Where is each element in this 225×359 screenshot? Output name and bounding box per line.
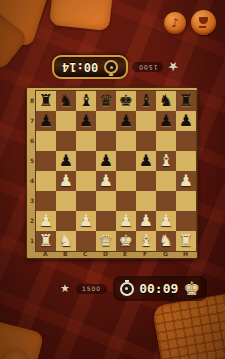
white-piece: ♟ <box>159 213 173 229</box>
square-d4[interactable]: ♟ <box>96 171 116 191</box>
square-f1[interactable]: ♝ <box>136 231 156 251</box>
square-g5[interactable]: ♝ <box>156 151 176 171</box>
square-e3[interactable] <box>116 191 136 211</box>
rank-label-8: 8 <box>29 98 35 104</box>
black-piece: ♟ <box>39 113 53 129</box>
music-note-icon: ♪ <box>171 16 179 30</box>
black-piece: ♟ <box>59 153 73 169</box>
white-piece: ♟ <box>119 213 133 229</box>
black-piece: ♚ <box>119 93 133 109</box>
square-a5[interactable] <box>36 151 56 171</box>
square-h6[interactable] <box>176 131 196 151</box>
square-f2[interactable]: ♟ <box>136 211 156 231</box>
square-c6[interactable] <box>76 131 96 151</box>
square-e5[interactable] <box>116 151 136 171</box>
white-piece: ♟ <box>179 173 193 189</box>
square-a4[interactable] <box>36 171 56 191</box>
white-piece: ♟ <box>39 213 53 229</box>
square-f7[interactable] <box>136 111 156 131</box>
file-label-e: E <box>123 251 127 257</box>
square-g6[interactable] <box>156 131 176 151</box>
square-b6[interactable] <box>56 131 76 151</box>
black-piece: ♞ <box>159 93 173 109</box>
square-c4[interactable] <box>76 171 96 191</box>
white-piece: ♚ <box>119 233 133 249</box>
file-label-h: H <box>183 251 188 257</box>
trophy-button[interactable] <box>191 10 216 35</box>
star-icon: ★ <box>60 283 70 294</box>
square-d2[interactable] <box>96 211 116 231</box>
square-b3[interactable] <box>56 191 76 211</box>
square-e2[interactable]: ♟ <box>116 211 136 231</box>
white-piece: ♟ <box>59 173 73 189</box>
player-info-bar: ★ 1500 00:09 ♚ <box>60 276 207 301</box>
square-h2[interactable] <box>176 211 196 231</box>
square-a6[interactable] <box>36 131 56 151</box>
square-a2[interactable]: ♟ <box>36 211 56 231</box>
rank-label-1: 1 <box>29 238 35 244</box>
white-piece: ♛ <box>99 233 113 249</box>
white-piece: ♝ <box>139 233 153 249</box>
square-g3[interactable] <box>156 191 176 211</box>
app-screen: ♪ ★ 1500 00:14 ♜♞♝♛♚♝♞♜♟♟♟♟♟♟♟♟♝♟♟♟♟♟♟♟♟… <box>0 0 225 359</box>
square-h7[interactable]: ♟ <box>176 111 196 131</box>
square-d7[interactable] <box>96 111 116 131</box>
white-piece: ♟ <box>139 213 153 229</box>
black-piece: ♟ <box>179 113 193 129</box>
square-a3[interactable] <box>36 191 56 211</box>
opponent-clock: 00:14 <box>62 61 98 73</box>
player-clock-box: 00:09 ♚ <box>113 276 207 301</box>
file-label-f: F <box>143 251 147 257</box>
rank-label-3: 3 <box>29 198 35 204</box>
square-b7[interactable] <box>56 111 76 131</box>
square-e6[interactable] <box>116 131 136 151</box>
white-piece: ♟ <box>79 213 93 229</box>
black-piece: ♜ <box>39 93 53 109</box>
rank-label-2: 2 <box>29 218 35 224</box>
square-c7[interactable]: ♟ <box>76 111 96 131</box>
white-piece: ♜ <box>39 233 53 249</box>
square-a1[interactable]: ♜ <box>36 231 56 251</box>
music-button[interactable]: ♪ <box>164 12 186 34</box>
opponent-info-bar: ★ 1500 00:14 <box>52 55 179 79</box>
square-g8[interactable]: ♞ <box>156 91 176 111</box>
square-e1[interactable]: ♚ <box>116 231 136 251</box>
white-piece: ♜ <box>179 233 193 249</box>
square-g4[interactable] <box>156 171 176 191</box>
white-piece: ♞ <box>159 233 173 249</box>
player-clock: 00:09 <box>139 282 178 295</box>
black-piece: ♝ <box>139 93 153 109</box>
black-piece: ♛ <box>99 93 113 109</box>
black-piece: ♟ <box>99 153 113 169</box>
player-rating-badge: 1500 <box>76 284 107 294</box>
square-h3[interactable] <box>176 191 196 211</box>
file-label-c: C <box>83 251 87 257</box>
square-d5[interactable]: ♟ <box>96 151 116 171</box>
square-e7[interactable]: ♟ <box>116 111 136 131</box>
square-f6[interactable] <box>136 131 156 151</box>
square-c8[interactable]: ♝ <box>76 91 96 111</box>
square-h5[interactable] <box>176 151 196 171</box>
square-b2[interactable] <box>56 211 76 231</box>
black-piece: ♟ <box>159 113 173 129</box>
square-g2[interactable]: ♟ <box>156 211 176 231</box>
black-piece: ♜ <box>179 93 193 109</box>
clock-icon <box>104 60 118 74</box>
white-king-icon: ♚ <box>183 279 200 298</box>
opponent-rating-badge: 1500 <box>132 62 163 72</box>
square-f5[interactable]: ♟ <box>136 151 156 171</box>
square-f3[interactable] <box>136 191 156 211</box>
rank-label-7: 7 <box>29 118 35 124</box>
square-f8[interactable]: ♝ <box>136 91 156 111</box>
square-d3[interactable] <box>96 191 116 211</box>
white-piece: ♝ <box>159 153 173 169</box>
black-piece: ♞ <box>59 93 73 109</box>
square-d8[interactable]: ♛ <box>96 91 116 111</box>
file-label-a: A <box>43 251 48 257</box>
square-d6[interactable] <box>96 131 116 151</box>
trophy-icon <box>199 17 208 28</box>
black-piece: ♝ <box>79 93 93 109</box>
square-e8[interactable]: ♚ <box>116 91 136 111</box>
star-icon: ★ <box>167 61 179 74</box>
square-a8[interactable]: ♜ <box>36 91 56 111</box>
rank-label-4: 4 <box>29 178 35 184</box>
square-b5[interactable]: ♟ <box>56 151 76 171</box>
square-g7[interactable]: ♟ <box>156 111 176 131</box>
square-g1[interactable]: ♞ <box>156 231 176 251</box>
file-label-g: G <box>163 251 168 257</box>
square-a7[interactable]: ♟ <box>36 111 56 131</box>
rank-label-5: 5 <box>29 158 35 164</box>
square-c3[interactable] <box>76 191 96 211</box>
board-grid: ♜♞♝♛♚♝♞♜♟♟♟♟♟♟♟♟♝♟♟♟♟♟♟♟♟♜♞♛♚♝♞♜ <box>36 91 196 251</box>
black-piece: ♟ <box>119 113 133 129</box>
white-piece: ♟ <box>99 173 113 189</box>
board-frame: ♜♞♝♛♚♝♞♜♟♟♟♟♟♟♟♟♝♟♟♟♟♟♟♟♟♜♞♛♚♝♞♜ 8765432… <box>26 87 198 259</box>
white-piece: ♞ <box>59 233 73 249</box>
file-label-d: D <box>103 251 108 257</box>
black-piece: ♟ <box>139 153 153 169</box>
square-d1[interactable]: ♛ <box>96 231 116 251</box>
square-b4[interactable]: ♟ <box>56 171 76 191</box>
clock-icon <box>120 282 134 296</box>
square-c1[interactable] <box>76 231 96 251</box>
square-h1[interactable]: ♜ <box>176 231 196 251</box>
black-piece: ♟ <box>79 113 93 129</box>
square-c2[interactable]: ♟ <box>76 211 96 231</box>
square-c5[interactable] <box>76 151 96 171</box>
square-b8[interactable]: ♞ <box>56 91 76 111</box>
file-label-b: B <box>63 251 68 257</box>
square-b1[interactable]: ♞ <box>56 231 76 251</box>
square-h8[interactable]: ♜ <box>176 91 196 111</box>
rank-label-6: 6 <box>29 138 35 144</box>
square-e4[interactable] <box>116 171 136 191</box>
opponent-clock-box: 00:14 <box>52 55 128 79</box>
square-h4[interactable]: ♟ <box>176 171 196 191</box>
square-f4[interactable] <box>136 171 156 191</box>
